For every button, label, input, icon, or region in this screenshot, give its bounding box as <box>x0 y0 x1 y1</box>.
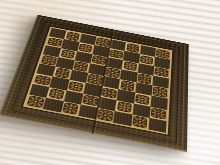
photo-scene <box>0 0 220 165</box>
chess-board <box>4 0 204 165</box>
rosette-motif <box>132 116 148 129</box>
board-surface <box>0 15 189 153</box>
rosette-motif <box>27 95 45 107</box>
square-r7c7 <box>148 118 166 133</box>
square-r7c5 <box>113 111 132 126</box>
square-r7c6 <box>131 114 150 129</box>
rosette-motif <box>97 109 113 122</box>
rosette-motif <box>62 102 79 114</box>
